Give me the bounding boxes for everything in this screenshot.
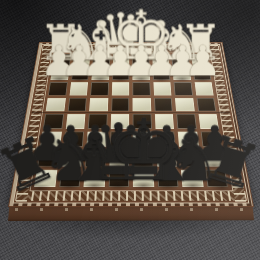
chess-board: ♜♞♝♛♚♝♞♜♟♟♟♟♟♟♟♟♟♟♟♟♟♟♟♟♜♞♝♛♚♝♞♜: [8, 42, 254, 207]
chess-photo-scene: ♜♞♝♛♚♝♞♜♟♟♟♟♟♟♟♟♟♟♟♟♟♟♟♟♜♞♝♛♚♝♞♜: [0, 0, 260, 260]
light-reflection: [8, 42, 254, 207]
board-surface: [8, 42, 254, 207]
board-front-edge: [8, 205, 254, 222]
front-edge-inlay-dots: [15, 208, 246, 211]
